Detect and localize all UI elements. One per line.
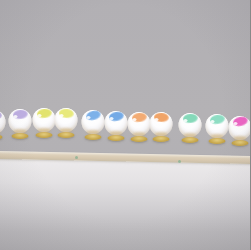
white-marble <box>229 116 251 140</box>
white-marble <box>150 112 173 136</box>
specular-highlight <box>38 114 42 117</box>
marble-yellow-2 <box>53 108 79 138</box>
white-marble <box>206 114 229 138</box>
white-marble <box>0 110 6 134</box>
specular-highlight <box>110 117 114 120</box>
specular-highlight <box>14 115 18 118</box>
specular-highlight <box>234 122 238 125</box>
lavender-cap <box>0 111 2 120</box>
white-marble <box>9 109 32 133</box>
shelf-front <box>0 159 250 250</box>
shelf-speck <box>178 160 181 163</box>
white-marble <box>55 108 78 132</box>
white-marble <box>82 110 105 134</box>
specular-highlight <box>87 116 91 119</box>
specular-highlight <box>155 118 159 121</box>
marble-orange-2 <box>148 112 174 142</box>
gold-disc-stand <box>0 134 3 140</box>
white-marble <box>105 111 128 135</box>
marble-offscreen-left <box>0 110 7 140</box>
shelf-speck <box>75 156 78 159</box>
photo-scene <box>0 0 250 250</box>
specular-highlight <box>184 119 188 122</box>
marble-pink <box>227 116 250 146</box>
white-marble <box>179 113 202 137</box>
specular-highlight <box>133 118 137 121</box>
specular-highlight <box>211 120 215 123</box>
specular-highlight <box>60 114 64 117</box>
marble-lavender <box>7 109 33 139</box>
marble-mint-1 <box>177 113 203 143</box>
